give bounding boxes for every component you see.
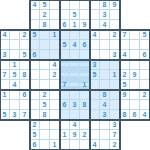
grid-outline-bottom [29,59,121,150]
app-window: 4589253861944251427554635634614375825129… [0,0,150,150]
grid-boxline-v-bottom-2 [89,60,91,150]
grid-boxline-v-bottom-1 [59,60,61,150]
grid-boxline-h-bottom-1 [30,89,120,91]
sudoku-board: 4589253861944251427554635634614375825129… [0,0,150,150]
grid-boxline-h-bottom-2 [30,119,120,121]
